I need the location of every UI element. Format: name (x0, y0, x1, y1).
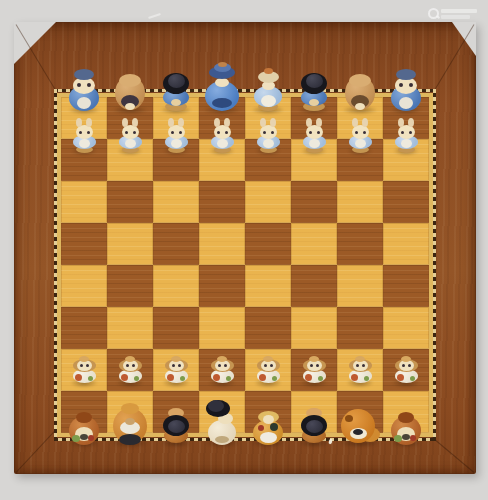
square-f6 (291, 181, 337, 223)
square-e6 (245, 181, 291, 223)
piece-white-pawn-d2 (207, 350, 237, 386)
piece-black-pawn-e7 (254, 116, 282, 154)
piece-white-pawn-e2 (253, 350, 283, 386)
square-d4 (199, 265, 245, 307)
piece-white-pawn-a2 (69, 350, 99, 386)
chequer-inlay-border (433, 89, 436, 441)
piece-white-knight-b1 (110, 394, 150, 446)
photo-watermark (428, 5, 486, 22)
piece-black-pawn-a7 (70, 116, 98, 154)
square-c4 (153, 265, 199, 307)
piece-white-rook-a1 (67, 402, 101, 446)
square-f4 (291, 265, 337, 307)
piece-black-rook-h8 (389, 67, 423, 113)
square-d5 (199, 223, 245, 265)
square-a5 (61, 223, 107, 265)
piece-white-pawn-h2 (391, 350, 421, 386)
square-h3 (383, 307, 429, 349)
piece-white-pawn-c2 (161, 350, 191, 386)
piece-black-pawn-f7 (300, 116, 328, 154)
magnifier-icon (428, 8, 439, 19)
piece-black-queen-e8 (250, 63, 286, 113)
piece-black-rook-a8 (67, 67, 101, 113)
piece-white-pawn-b2 (115, 350, 145, 386)
square-b5 (107, 223, 153, 265)
square-a3 (61, 307, 107, 349)
square-a6 (61, 181, 107, 223)
square-h6 (383, 181, 429, 223)
piece-black-king-d8 (202, 57, 242, 113)
piece-black-bishop-c8 (159, 65, 193, 113)
square-e4 (245, 265, 291, 307)
square-e5 (245, 223, 291, 265)
piece-black-knight-g8 (341, 65, 379, 113)
piece-black-knight-b8 (111, 65, 149, 113)
square-g4 (337, 265, 383, 307)
piece-black-pawn-d7 (208, 116, 236, 154)
piece-white-queen-e1 (249, 398, 287, 446)
piece-white-knight-g1 (337, 396, 383, 446)
square-b4 (107, 265, 153, 307)
piece-white-bishop-f1 (297, 400, 331, 446)
watermark-text-illegible (441, 9, 477, 19)
piece-black-pawn-c7 (162, 116, 190, 154)
square-h5 (383, 223, 429, 265)
piece-white-king-d1 (203, 394, 241, 446)
chequer-inlay-border (54, 89, 57, 441)
piece-white-bishop-c1 (159, 400, 193, 446)
surface-scratch (148, 13, 161, 19)
square-h4 (383, 265, 429, 307)
square-g6 (337, 181, 383, 223)
square-b6 (107, 181, 153, 223)
square-c3 (153, 307, 199, 349)
square-b3 (107, 307, 153, 349)
piece-black-pawn-h7 (392, 116, 420, 154)
square-f3 (291, 307, 337, 349)
piece-black-bishop-f8 (297, 65, 331, 113)
square-e3 (245, 307, 291, 349)
square-d6 (199, 181, 245, 223)
square-g3 (337, 307, 383, 349)
square-f5 (291, 223, 337, 265)
square-d3 (199, 307, 245, 349)
square-c5 (153, 223, 199, 265)
piece-black-pawn-g7 (346, 116, 374, 154)
square-a4 (61, 265, 107, 307)
piece-black-pawn-b7 (116, 116, 144, 154)
square-c6 (153, 181, 199, 223)
piece-white-rook-h1 (389, 402, 423, 446)
square-g5 (337, 223, 383, 265)
photo-scene (0, 0, 488, 500)
piece-white-pawn-f2 (299, 350, 329, 386)
piece-white-pawn-g2 (345, 350, 375, 386)
